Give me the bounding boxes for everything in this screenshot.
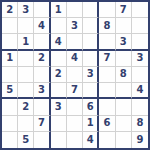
cell-r1c5[interactable] <box>67 2 83 18</box>
cell-r8c2[interactable] <box>18 116 34 132</box>
cell-r3c1[interactable] <box>2 34 18 50</box>
cell-r7c6[interactable]: 6 <box>83 99 99 115</box>
cell-r7c8[interactable] <box>116 99 132 115</box>
cell-r6c2[interactable] <box>18 83 34 99</box>
cell-r3c9[interactable] <box>132 34 148 50</box>
cell-r8c5[interactable] <box>67 116 83 132</box>
cell-r1c9[interactable] <box>132 2 148 18</box>
cell-r3c6[interactable] <box>83 34 99 50</box>
cell-r4c3[interactable]: 2 <box>34 51 50 67</box>
cell-r6c9[interactable]: 4 <box>132 83 148 99</box>
cell-r7c1[interactable] <box>2 99 18 115</box>
cell-r3c4[interactable]: 4 <box>51 34 67 50</box>
cell-r5c5[interactable] <box>67 67 83 83</box>
cell-r1c7[interactable] <box>99 2 115 18</box>
cell-r5c6[interactable]: 3 <box>83 67 99 83</box>
cell-r6c4[interactable] <box>51 83 67 99</box>
cell-r2c8[interactable] <box>116 18 132 34</box>
cell-r5c3[interactable] <box>34 67 50 83</box>
cell-r9c9[interactable]: 9 <box>132 132 148 148</box>
cell-r3c7[interactable] <box>99 34 115 50</box>
cell-r8c9[interactable]: 8 <box>132 116 148 132</box>
cell-r9c2[interactable]: 5 <box>18 132 34 148</box>
cell-r9c3[interactable] <box>34 132 50 148</box>
cell-r8c7[interactable]: 6 <box>99 116 115 132</box>
cell-r8c6[interactable]: 1 <box>83 116 99 132</box>
cell-r4c9[interactable]: 3 <box>132 51 148 67</box>
cell-r2c3[interactable]: 4 <box>34 18 50 34</box>
cell-r5c8[interactable]: 8 <box>116 67 132 83</box>
cell-r1c6[interactable] <box>83 2 99 18</box>
cell-r3c3[interactable] <box>34 34 50 50</box>
cell-r8c8[interactable] <box>116 116 132 132</box>
cell-r4c8[interactable] <box>116 51 132 67</box>
cell-r2c5[interactable]: 3 <box>67 18 83 34</box>
cell-r4c7[interactable]: 7 <box>99 51 115 67</box>
cell-r5c7[interactable] <box>99 67 115 83</box>
cell-r6c5[interactable]: 7 <box>67 83 83 99</box>
cell-r6c1[interactable]: 5 <box>2 83 18 99</box>
cell-r2c1[interactable] <box>2 18 18 34</box>
cell-r8c1[interactable] <box>2 116 18 132</box>
cell-r2c6[interactable] <box>83 18 99 34</box>
cell-r4c4[interactable] <box>51 51 67 67</box>
cell-r6c7[interactable] <box>99 83 115 99</box>
cell-r3c5[interactable] <box>67 34 83 50</box>
sudoku-app: 23174381431247323853742367168549 <box>0 0 150 150</box>
cell-r2c4[interactable] <box>51 18 67 34</box>
cell-r2c7[interactable]: 8 <box>99 18 115 34</box>
cell-r4c5[interactable]: 4 <box>67 51 83 67</box>
cell-r8c3[interactable]: 7 <box>34 116 50 132</box>
cell-r1c2[interactable]: 3 <box>18 2 34 18</box>
cell-r1c4[interactable]: 1 <box>51 2 67 18</box>
cell-r9c8[interactable] <box>116 132 132 148</box>
cell-r6c6[interactable] <box>83 83 99 99</box>
sudoku-board: 23174381431247323853742367168549 <box>0 0 150 150</box>
cell-r7c4[interactable]: 3 <box>51 99 67 115</box>
cell-r5c2[interactable] <box>18 67 34 83</box>
cell-r6c3[interactable]: 3 <box>34 83 50 99</box>
cell-r7c2[interactable]: 2 <box>18 99 34 115</box>
cell-r9c6[interactable]: 4 <box>83 132 99 148</box>
cell-r9c1[interactable] <box>2 132 18 148</box>
cell-r4c2[interactable] <box>18 51 34 67</box>
cell-r9c5[interactable] <box>67 132 83 148</box>
cell-r5c4[interactable]: 2 <box>51 67 67 83</box>
cell-r7c7[interactable] <box>99 99 115 115</box>
cell-r1c3[interactable] <box>34 2 50 18</box>
cell-r4c6[interactable] <box>83 51 99 67</box>
cell-r8c4[interactable] <box>51 116 67 132</box>
cell-r6c8[interactable] <box>116 83 132 99</box>
cell-r3c2[interactable]: 1 <box>18 34 34 50</box>
cell-r1c8[interactable]: 7 <box>116 2 132 18</box>
cell-r5c1[interactable] <box>2 67 18 83</box>
cell-r2c9[interactable] <box>132 18 148 34</box>
cell-r7c3[interactable] <box>34 99 50 115</box>
cell-r7c5[interactable] <box>67 99 83 115</box>
cell-r4c1[interactable]: 1 <box>2 51 18 67</box>
cell-r2c2[interactable] <box>18 18 34 34</box>
cell-r5c9[interactable] <box>132 67 148 83</box>
cell-r9c4[interactable] <box>51 132 67 148</box>
cell-r9c7[interactable] <box>99 132 115 148</box>
cell-r1c1[interactable]: 2 <box>2 2 18 18</box>
cell-r7c9[interactable] <box>132 99 148 115</box>
cell-r3c8[interactable]: 3 <box>116 34 132 50</box>
